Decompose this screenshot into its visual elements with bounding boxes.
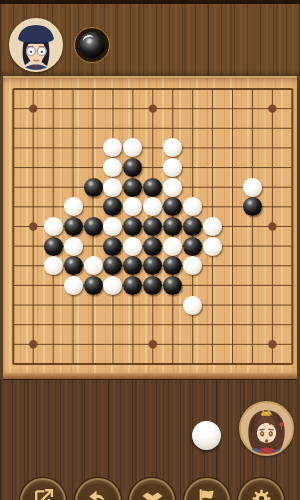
opponent-avatar[interactable] — [9, 18, 63, 72]
stone-white — [163, 178, 182, 197]
stone-black — [64, 256, 83, 275]
stone-white — [203, 237, 222, 256]
stone-black — [64, 217, 83, 236]
stone-white — [163, 237, 182, 256]
stone-black — [183, 217, 202, 236]
stone-white — [44, 217, 63, 236]
stone-black — [183, 237, 202, 256]
top-bar — [0, 4, 300, 76]
stone-black — [143, 237, 162, 256]
stone-white — [243, 178, 262, 197]
stone-white — [44, 256, 63, 275]
resign-button[interactable] — [184, 478, 230, 500]
stone-white — [64, 237, 83, 256]
stone-white — [103, 178, 122, 197]
stone-black — [84, 217, 103, 236]
stone-black — [84, 178, 103, 197]
stone-black — [44, 237, 63, 256]
opponent-avatar-image — [11, 20, 61, 70]
app-screen — [0, 0, 300, 500]
exit-icon — [32, 487, 55, 500]
stone-black — [143, 178, 162, 197]
stone-black — [84, 276, 103, 295]
game-board[interactable] — [3, 76, 297, 375]
stone-white — [64, 276, 83, 295]
stone-white — [84, 256, 103, 275]
gear-icon — [250, 487, 273, 500]
undo-button[interactable] — [75, 478, 121, 500]
opponent-black-stone-indicator — [74, 27, 110, 63]
undo-icon — [86, 487, 109, 500]
black-stone-icon — [79, 32, 105, 58]
player-avatar[interactable] — [239, 401, 294, 456]
flag-icon — [195, 487, 218, 500]
player-avatar-image — [241, 403, 292, 454]
draw-button[interactable] — [129, 478, 175, 500]
handshake-icon — [141, 487, 164, 500]
settings-button[interactable] — [238, 478, 284, 500]
stone-black — [103, 237, 122, 256]
stone-white — [203, 217, 222, 236]
stone-white — [123, 237, 142, 256]
stone-black — [123, 178, 142, 197]
board-edge — [3, 373, 297, 380]
stone-white — [64, 197, 83, 216]
stone-black — [163, 276, 182, 295]
stone-white — [183, 296, 202, 315]
exit-button[interactable] — [20, 478, 66, 500]
player-white-stone-indicator — [192, 421, 221, 450]
